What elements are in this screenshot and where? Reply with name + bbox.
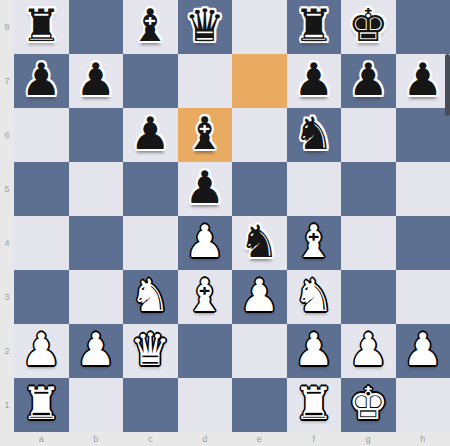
square-d6[interactable]: ♝ [178,108,233,162]
square-e3[interactable]: ♟ [232,270,287,324]
square-d7[interactable] [178,54,233,108]
rank-label-2: 2 [0,324,14,378]
square-c8[interactable]: ♝ [123,0,178,54]
square-e6[interactable] [232,108,287,162]
square-b4[interactable] [69,216,124,270]
square-a5[interactable] [14,162,69,216]
square-h6[interactable] [396,108,450,162]
black-pawn-b7[interactable]: ♟ [76,57,116,102]
square-g7[interactable]: ♟ [341,54,396,108]
square-c2[interactable]: ♛ [123,324,178,378]
square-f4[interactable]: ♝ [287,216,342,270]
white-queen-c2[interactable]: ♛ [130,327,170,372]
file-label-b: b [69,432,124,446]
white-bishop-d3[interactable]: ♝ [185,273,225,318]
square-a6[interactable] [14,108,69,162]
square-b8[interactable] [69,0,124,54]
square-e2[interactable] [232,324,287,378]
square-d4[interactable]: ♟ [178,216,233,270]
file-label-f: f [287,432,342,446]
white-knight-f3[interactable]: ♞ [294,273,334,318]
square-a7[interactable]: ♟ [14,54,69,108]
square-g1[interactable]: ♚ [341,378,396,432]
square-h2[interactable]: ♟ [396,324,450,378]
square-a4[interactable] [14,216,69,270]
white-pawn-f2[interactable]: ♟ [294,327,334,372]
square-f2[interactable]: ♟ [287,324,342,378]
rank-coordinates: 87654321 [0,0,14,432]
square-g3[interactable] [341,270,396,324]
square-g5[interactable] [341,162,396,216]
black-bishop-c8[interactable]: ♝ [130,3,170,48]
square-c3[interactable]: ♞ [123,270,178,324]
white-king-g1[interactable]: ♚ [348,381,388,426]
square-e1[interactable] [232,378,287,432]
white-rook-a1[interactable]: ♜ [21,381,61,426]
square-g2[interactable]: ♟ [341,324,396,378]
square-f1[interactable]: ♜ [287,378,342,432]
square-d3[interactable]: ♝ [178,270,233,324]
square-h5[interactable] [396,162,450,216]
white-pawn-h2[interactable]: ♟ [403,327,443,372]
square-d8[interactable]: ♛ [178,0,233,54]
square-e7[interactable] [232,54,287,108]
square-h3[interactable] [396,270,450,324]
square-b3[interactable] [69,270,124,324]
white-pawn-d4[interactable]: ♟ [185,219,225,264]
file-label-h: h [396,432,450,446]
rank-label-1: 1 [0,378,14,432]
white-pawn-g2[interactable]: ♟ [348,327,388,372]
black-knight-f6[interactable]: ♞ [294,111,334,156]
rank-label-8: 8 [0,0,14,54]
white-bishop-f4[interactable]: ♝ [294,219,334,264]
square-h4[interactable] [396,216,450,270]
square-f5[interactable] [287,162,342,216]
square-g6[interactable] [341,108,396,162]
square-b7[interactable]: ♟ [69,54,124,108]
white-rook-f1[interactable]: ♜ [294,381,334,426]
black-pawn-d5[interactable]: ♟ [185,165,225,210]
square-c6[interactable]: ♟ [123,108,178,162]
black-pawn-g7[interactable]: ♟ [348,57,388,102]
black-queen-d8[interactable]: ♛ [185,3,225,48]
file-label-g: g [341,432,396,446]
white-pawn-b2[interactable]: ♟ [76,327,116,372]
white-pawn-a2[interactable]: ♟ [21,327,61,372]
file-label-a: a [14,432,69,446]
board: ♜♝♛♜♚♟♟♟♟♟♟♝♞♟♟♞♝♞♝♟♞♟♟♛♟♟♟♜♜♚ [14,0,450,432]
square-e8[interactable] [232,0,287,54]
square-f7[interactable]: ♟ [287,54,342,108]
square-g8[interactable]: ♚ [341,0,396,54]
rank-label-5: 5 [0,162,14,216]
square-f8[interactable]: ♜ [287,0,342,54]
black-rook-a8[interactable]: ♜ [21,3,61,48]
square-h7[interactable]: ♟ [396,54,450,108]
square-c4[interactable] [123,216,178,270]
scrollbar-thumb[interactable] [445,54,450,116]
rank-label-7: 7 [0,54,14,108]
square-a1[interactable]: ♜ [14,378,69,432]
file-coordinates: abcdefgh [14,432,450,446]
square-c7[interactable] [123,54,178,108]
square-c1[interactable] [123,378,178,432]
file-label-e: e [232,432,287,446]
black-rook-f8[interactable]: ♜ [294,3,334,48]
square-a3[interactable] [14,270,69,324]
square-b2[interactable]: ♟ [69,324,124,378]
square-b6[interactable] [69,108,124,162]
black-pawn-c6[interactable]: ♟ [130,111,170,156]
file-label-c: c [123,432,178,446]
square-f6[interactable]: ♞ [287,108,342,162]
square-a2[interactable]: ♟ [14,324,69,378]
white-knight-c3[interactable]: ♞ [130,273,170,318]
square-d1[interactable] [178,378,233,432]
black-king-g8[interactable]: ♚ [348,3,388,48]
square-d5[interactable]: ♟ [178,162,233,216]
black-pawn-f7[interactable]: ♟ [294,57,334,102]
rank-label-6: 6 [0,108,14,162]
square-h8[interactable] [396,0,450,54]
square-a8[interactable]: ♜ [14,0,69,54]
white-pawn-e3[interactable]: ♟ [239,273,279,318]
square-b1[interactable] [69,378,124,432]
black-knight-e4[interactable]: ♞ [239,219,279,264]
square-b5[interactable] [69,162,124,216]
rank-label-3: 3 [0,270,14,324]
square-f3[interactable]: ♞ [287,270,342,324]
black-pawn-a7[interactable]: ♟ [21,57,61,102]
square-h1[interactable] [396,378,450,432]
file-label-d: d [178,432,233,446]
chess-app-window: 87654321 ♜♝♛♜♚♟♟♟♟♟♟♝♞♟♟♞♝♞♝♟♞♟♟♛♟♟♟♜♜♚ … [0,0,450,446]
square-e4[interactable]: ♞ [232,216,287,270]
square-e5[interactable] [232,162,287,216]
square-c5[interactable] [123,162,178,216]
square-g4[interactable] [341,216,396,270]
square-d2[interactable] [178,324,233,378]
black-bishop-d6[interactable]: ♝ [185,111,225,156]
rank-label-4: 4 [0,216,14,270]
black-pawn-h7[interactable]: ♟ [403,57,443,102]
